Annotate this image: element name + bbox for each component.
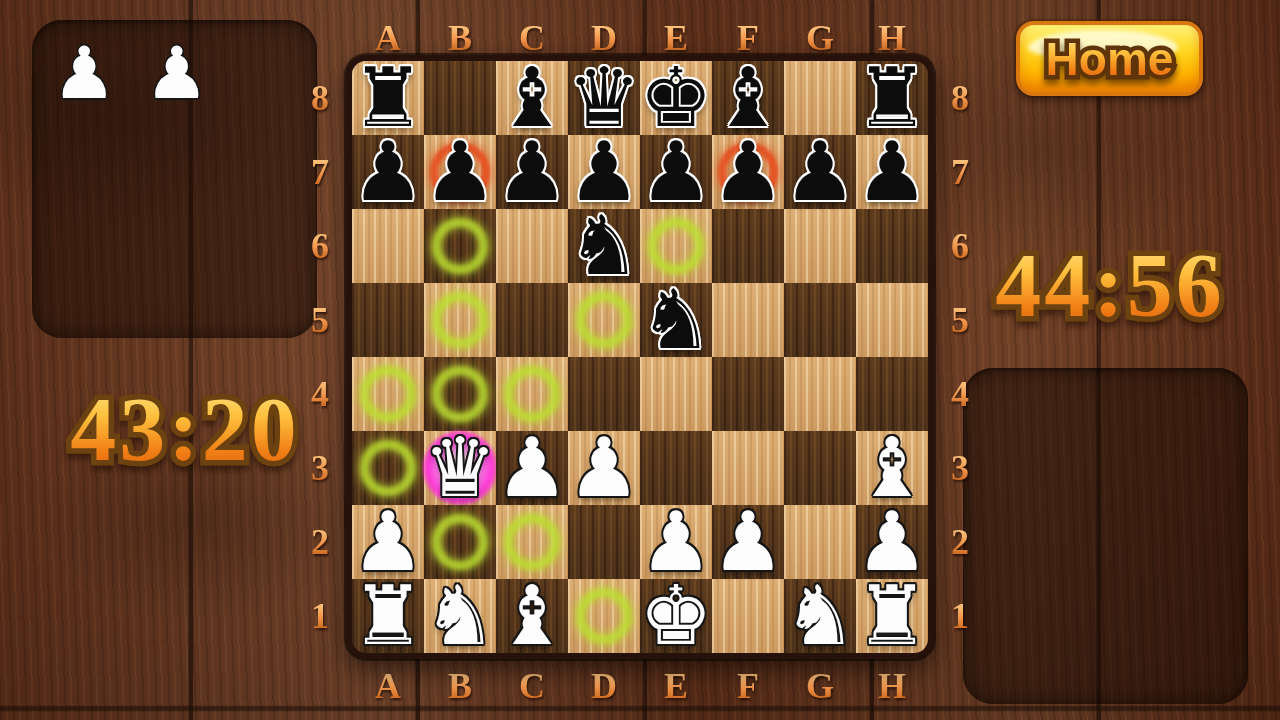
file-label-f: F <box>737 20 759 56</box>
white-queen[interactable]: ♛ <box>423 431 497 505</box>
file-label-e: E <box>664 20 688 56</box>
square-a6[interactable] <box>352 209 424 283</box>
file-label-f: F <box>737 668 759 704</box>
square-b3[interactable]: ♛ <box>424 431 496 505</box>
captured-white-pawn: ♟ <box>145 36 210 112</box>
square-e7[interactable]: ♟ <box>640 135 712 209</box>
white-rook[interactable]: ♜ <box>352 579 425 653</box>
square-d6[interactable]: ♞ <box>568 209 640 283</box>
file-label-a: A <box>375 668 401 704</box>
square-g4[interactable] <box>784 357 856 431</box>
square-d5[interactable] <box>568 283 640 357</box>
file-labels-bottom: ABCDEFGH <box>352 660 928 712</box>
rank-label-6: 6 <box>311 228 329 264</box>
white-knight[interactable]: ♞ <box>783 579 857 653</box>
rank-label-4: 4 <box>951 376 969 412</box>
file-label-g: G <box>806 668 834 704</box>
square-a4[interactable] <box>352 357 424 431</box>
square-d1[interactable] <box>568 579 640 653</box>
home-button-label: HomeHome <box>1046 32 1174 86</box>
home-button[interactable]: HomeHome <box>1016 21 1203 96</box>
square-f6[interactable] <box>712 209 784 283</box>
rank-label-3: 3 <box>311 450 329 486</box>
white-king[interactable]: ♚ <box>639 579 713 653</box>
square-f7[interactable]: ♟ <box>712 135 784 209</box>
move-highlight <box>576 292 632 348</box>
square-h1[interactable]: ♜ <box>856 579 928 653</box>
file-label-c: C <box>519 20 545 56</box>
square-b7[interactable]: ♟ <box>424 135 496 209</box>
square-g6[interactable] <box>784 209 856 283</box>
white-rook[interactable]: ♜ <box>855 579 928 653</box>
file-label-b: B <box>448 20 472 56</box>
move-highlight <box>432 366 488 422</box>
rank-label-8: 8 <box>951 80 969 116</box>
file-label-b: B <box>448 668 472 704</box>
square-c3[interactable]: ♟ <box>496 431 568 505</box>
black-pawn[interactable]: ♟ <box>639 135 713 209</box>
square-f5[interactable] <box>712 283 784 357</box>
square-b6[interactable] <box>424 209 496 283</box>
file-label-d: D <box>591 20 617 56</box>
square-h7[interactable]: ♟ <box>856 135 928 209</box>
black-pawn[interactable]: ♟ <box>711 135 785 209</box>
white-bishop[interactable]: ♝ <box>495 579 569 653</box>
move-highlight <box>648 218 704 274</box>
move-highlight <box>432 292 488 348</box>
white-pawn[interactable]: ♟ <box>567 431 641 505</box>
rank-label-5: 5 <box>311 302 329 338</box>
move-highlight <box>432 218 488 274</box>
white-pawn[interactable]: ♟ <box>711 505 785 579</box>
square-c6[interactable] <box>496 209 568 283</box>
square-g1[interactable]: ♞ <box>784 579 856 653</box>
file-label-h: H <box>878 20 906 56</box>
black-pawn[interactable]: ♟ <box>352 135 425 209</box>
square-c1[interactable]: ♝ <box>496 579 568 653</box>
rank-label-5: 5 <box>951 302 969 338</box>
square-h6[interactable] <box>856 209 928 283</box>
captured-pieces-tray-white: ♟♟ <box>32 20 317 338</box>
captured-pieces-tray-black <box>963 368 1248 704</box>
rank-labels-right: 87654321 <box>938 61 982 653</box>
file-label-h: H <box>878 668 906 704</box>
square-c5[interactable] <box>496 283 568 357</box>
move-highlight <box>504 366 560 422</box>
move-highlight <box>360 440 416 496</box>
black-knight[interactable]: ♞ <box>567 209 641 283</box>
move-highlight <box>576 588 632 644</box>
square-g3[interactable] <box>784 431 856 505</box>
rank-label-1: 1 <box>951 598 969 634</box>
black-pawn[interactable]: ♟ <box>423 135 497 209</box>
black-player-timer: 44:5644:56 <box>965 232 1255 338</box>
rank-label-2: 2 <box>311 524 329 560</box>
square-e5[interactable]: ♞ <box>640 283 712 357</box>
file-label-e: E <box>664 668 688 704</box>
square-a5[interactable] <box>352 283 424 357</box>
square-d3[interactable]: ♟ <box>568 431 640 505</box>
square-f1[interactable] <box>712 579 784 653</box>
rank-label-7: 7 <box>311 154 329 190</box>
square-g7[interactable]: ♟ <box>784 135 856 209</box>
rank-label-6: 6 <box>951 228 969 264</box>
file-label-a: A <box>375 20 401 56</box>
chess-board: ♜♝♛♚♝♜♟♟♟♟♟♟♟♟♞♞♛♟♟♝♟♟♟♟♜♞♝♚♞♜ <box>352 61 928 653</box>
rank-label-3: 3 <box>951 450 969 486</box>
rank-label-2: 2 <box>951 524 969 560</box>
move-highlight <box>504 514 560 570</box>
rank-label-1: 1 <box>311 598 329 634</box>
rank-labels-left: 87654321 <box>298 61 342 653</box>
square-a7[interactable]: ♟ <box>352 135 424 209</box>
file-label-c: C <box>519 668 545 704</box>
white-knight[interactable]: ♞ <box>423 579 497 653</box>
black-knight[interactable]: ♞ <box>639 283 713 357</box>
square-h5[interactable] <box>856 283 928 357</box>
square-c7[interactable]: ♟ <box>496 135 568 209</box>
white-pawn[interactable]: ♟ <box>495 431 569 505</box>
rank-label-8: 8 <box>311 80 329 116</box>
square-d2[interactable] <box>568 505 640 579</box>
square-g5[interactable] <box>784 283 856 357</box>
move-highlight <box>432 514 488 570</box>
captured-white-pawn: ♟ <box>52 36 117 112</box>
square-a1[interactable]: ♜ <box>352 579 424 653</box>
rank-label-7: 7 <box>951 154 969 190</box>
move-highlight <box>360 366 416 422</box>
square-b5[interactable] <box>424 283 496 357</box>
white-player-timer: 43:2043:20 <box>40 376 330 482</box>
chess-board-frame: ♜♝♛♚♝♜♟♟♟♟♟♟♟♟♞♞♛♟♟♝♟♟♟♟♜♞♝♚♞♜ <box>346 55 934 659</box>
captured-pieces-list: ♟♟ <box>32 20 317 112</box>
square-f4[interactable] <box>712 357 784 431</box>
square-e4[interactable] <box>640 357 712 431</box>
file-label-g: G <box>806 20 834 56</box>
black-pawn[interactable]: ♟ <box>783 135 857 209</box>
square-f2[interactable]: ♟ <box>712 505 784 579</box>
black-pawn[interactable]: ♟ <box>495 135 569 209</box>
square-b1[interactable]: ♞ <box>424 579 496 653</box>
rank-label-4: 4 <box>311 376 329 412</box>
square-e1[interactable]: ♚ <box>640 579 712 653</box>
black-pawn[interactable]: ♟ <box>855 135 928 209</box>
file-label-d: D <box>591 668 617 704</box>
